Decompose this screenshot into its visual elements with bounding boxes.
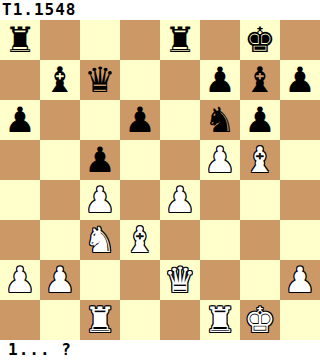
square-b4[interactable] (40, 180, 80, 220)
square-a7[interactable] (0, 60, 40, 100)
square-e6[interactable] (160, 100, 200, 140)
piece-black-king: ♚ (244, 20, 275, 60)
square-g8[interactable]: ♚ (240, 20, 280, 60)
square-e5[interactable] (160, 140, 200, 180)
piece-white-pawn: ♟ (204, 140, 235, 180)
puzzle-id-label: T1.1548 (0, 0, 320, 20)
piece-black-bishop: ♝ (244, 60, 275, 100)
square-h4[interactable] (280, 180, 320, 220)
square-c5[interactable]: ♟ (80, 140, 120, 180)
piece-white-knight: ♞ (84, 220, 115, 260)
square-b3[interactable] (40, 220, 80, 260)
square-g7[interactable]: ♝ (240, 60, 280, 100)
square-a2[interactable]: ♟ (0, 260, 40, 300)
square-e2[interactable]: ♛ (160, 260, 200, 300)
piece-white-pawn: ♟ (164, 180, 195, 220)
square-e4[interactable]: ♟ (160, 180, 200, 220)
move-prompt: 1... ? (0, 340, 320, 360)
square-e7[interactable] (160, 60, 200, 100)
piece-black-rook: ♜ (4, 20, 35, 60)
piece-white-pawn: ♟ (44, 260, 75, 300)
piece-white-queen: ♛ (164, 260, 195, 300)
piece-white-pawn: ♟ (4, 260, 35, 300)
piece-black-bishop: ♝ (44, 60, 75, 100)
square-f5[interactable]: ♟ (200, 140, 240, 180)
square-g5[interactable]: ♝ (240, 140, 280, 180)
square-a1[interactable] (0, 300, 40, 340)
square-a8[interactable]: ♜ (0, 20, 40, 60)
square-e3[interactable] (160, 220, 200, 260)
piece-white-bishop: ♝ (124, 220, 155, 260)
square-g2[interactable] (240, 260, 280, 300)
square-e1[interactable] (160, 300, 200, 340)
square-d7[interactable] (120, 60, 160, 100)
square-g1[interactable]: ♚ (240, 300, 280, 340)
square-c3[interactable]: ♞ (80, 220, 120, 260)
square-d5[interactable] (120, 140, 160, 180)
square-b2[interactable]: ♟ (40, 260, 80, 300)
piece-black-pawn: ♟ (4, 100, 35, 140)
square-a5[interactable] (0, 140, 40, 180)
chess-board: ♜♜♚♝♛♟♝♟♟♟♞♟♟♟♝♟♟♞♝♟♟♛♟♜♜♚ (0, 20, 320, 340)
piece-black-rook: ♜ (164, 20, 195, 60)
piece-black-pawn: ♟ (244, 100, 275, 140)
piece-black-pawn: ♟ (284, 60, 315, 100)
piece-black-knight: ♞ (204, 100, 235, 140)
piece-white-pawn: ♟ (284, 260, 315, 300)
square-b1[interactable] (40, 300, 80, 340)
square-c8[interactable] (80, 20, 120, 60)
piece-white-rook: ♜ (84, 300, 115, 340)
square-d4[interactable] (120, 180, 160, 220)
square-h3[interactable] (280, 220, 320, 260)
square-c4[interactable]: ♟ (80, 180, 120, 220)
square-c2[interactable] (80, 260, 120, 300)
square-c1[interactable]: ♜ (80, 300, 120, 340)
square-a4[interactable] (0, 180, 40, 220)
square-b8[interactable] (40, 20, 80, 60)
square-c7[interactable]: ♛ (80, 60, 120, 100)
square-c6[interactable] (80, 100, 120, 140)
piece-white-rook: ♜ (204, 300, 235, 340)
square-d8[interactable] (120, 20, 160, 60)
square-d2[interactable] (120, 260, 160, 300)
square-f1[interactable]: ♜ (200, 300, 240, 340)
square-g3[interactable] (240, 220, 280, 260)
square-f2[interactable] (200, 260, 240, 300)
piece-white-pawn: ♟ (84, 180, 115, 220)
square-f4[interactable] (200, 180, 240, 220)
square-b6[interactable] (40, 100, 80, 140)
chess-puzzle-app: T1.1548 ♜♜♚♝♛♟♝♟♟♟♞♟♟♟♝♟♟♞♝♟♟♛♟♜♜♚ 1... … (0, 0, 320, 360)
square-a3[interactable] (0, 220, 40, 260)
piece-white-king: ♚ (244, 300, 275, 340)
square-b7[interactable]: ♝ (40, 60, 80, 100)
square-h8[interactable] (280, 20, 320, 60)
piece-black-pawn: ♟ (124, 100, 155, 140)
piece-black-queen: ♛ (84, 60, 115, 100)
square-d6[interactable]: ♟ (120, 100, 160, 140)
square-f8[interactable] (200, 20, 240, 60)
square-g6[interactable]: ♟ (240, 100, 280, 140)
square-h1[interactable] (280, 300, 320, 340)
square-a6[interactable]: ♟ (0, 100, 40, 140)
piece-black-pawn: ♟ (204, 60, 235, 100)
square-f6[interactable]: ♞ (200, 100, 240, 140)
square-h6[interactable] (280, 100, 320, 140)
piece-white-bishop: ♝ (244, 140, 275, 180)
square-h7[interactable]: ♟ (280, 60, 320, 100)
square-h2[interactable]: ♟ (280, 260, 320, 300)
piece-black-pawn: ♟ (84, 140, 115, 180)
square-h5[interactable] (280, 140, 320, 180)
square-d3[interactable]: ♝ (120, 220, 160, 260)
square-e8[interactable]: ♜ (160, 20, 200, 60)
square-f3[interactable] (200, 220, 240, 260)
square-f7[interactable]: ♟ (200, 60, 240, 100)
square-b5[interactable] (40, 140, 80, 180)
square-d1[interactable] (120, 300, 160, 340)
square-g4[interactable] (240, 180, 280, 220)
